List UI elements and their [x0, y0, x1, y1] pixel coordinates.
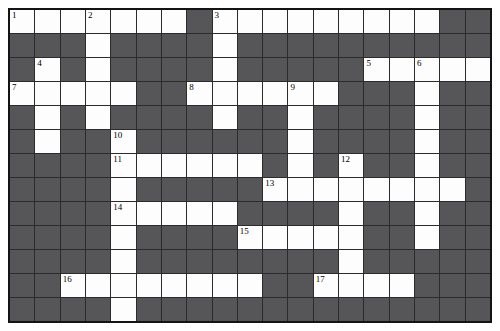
- letter-cell-r7c6[interactable]: [137, 154, 161, 177]
- letter-cell-r1c2[interactable]: [35, 10, 59, 33]
- blocked-cell-r2c1: [10, 34, 34, 57]
- blocked-cell-r5c1: [10, 106, 34, 129]
- blocked-cell-r6c14: [339, 130, 363, 153]
- blocked-cell-r11c19: [466, 250, 490, 273]
- blocked-cell-r7c16: [390, 154, 414, 177]
- letter-cell-r4c12[interactable]: 9: [288, 82, 312, 105]
- letter-cell-r3c16[interactable]: [390, 58, 414, 81]
- letter-cell-r8c16[interactable]: [390, 178, 414, 201]
- blocked-cell-r3c10: [238, 58, 262, 81]
- blocked-cell-r9c10: [238, 202, 262, 225]
- clue-number-7: 7: [12, 82, 17, 93]
- blocked-cell-r11c8: [187, 250, 211, 273]
- blocked-cell-r7c2: [35, 154, 59, 177]
- letter-cell-r9c14[interactable]: [339, 202, 363, 225]
- blocked-cell-r13c7: [162, 298, 186, 321]
- letter-cell-r1c13[interactable]: [314, 10, 338, 33]
- blocked-cell-r13c3: [61, 298, 85, 321]
- blocked-cell-r13c1: [10, 298, 34, 321]
- blocked-cell-r3c1: [10, 58, 34, 81]
- letter-cell-r3c4[interactable]: [86, 58, 110, 81]
- blocked-cell-r2c19: [466, 34, 490, 57]
- blocked-cell-r8c2: [35, 178, 59, 201]
- blocked-cell-r5c18: [440, 106, 464, 129]
- blocked-cell-r11c9: [213, 250, 237, 273]
- blocked-cell-r12c12: [288, 274, 312, 297]
- letter-cell-r4c2[interactable]: [35, 82, 59, 105]
- blocked-cell-r4c16: [390, 82, 414, 105]
- blocked-cell-r10c1: [10, 226, 34, 249]
- blocked-cell-r7c15: [364, 154, 388, 177]
- blocked-cell-r6c6: [137, 130, 161, 153]
- letter-cell-r3c18[interactable]: [440, 58, 464, 81]
- blocked-cell-r4c18: [440, 82, 464, 105]
- letter-cell-r9c9[interactable]: [213, 202, 237, 225]
- blocked-cell-r10c8: [187, 226, 211, 249]
- letter-cell-r9c6[interactable]: [137, 202, 161, 225]
- blocked-cell-r5c8: [187, 106, 211, 129]
- blocked-cell-r2c7: [162, 34, 186, 57]
- blocked-cell-r7c4: [86, 154, 110, 177]
- blocked-cell-r4c15: [364, 82, 388, 105]
- blocked-cell-r6c11: [263, 130, 287, 153]
- letter-cell-r9c5[interactable]: 14: [111, 202, 135, 225]
- blocked-cell-r4c19: [466, 82, 490, 105]
- blocked-cell-r10c7: [162, 226, 186, 249]
- blocked-cell-r11c15: [364, 250, 388, 273]
- blocked-cell-r9c2: [35, 202, 59, 225]
- letter-cell-r5c2[interactable]: [35, 106, 59, 129]
- letter-cell-r12c4[interactable]: [86, 274, 110, 297]
- blocked-cell-r1c18: [440, 10, 464, 33]
- blocked-cell-r8c10: [238, 178, 262, 201]
- letter-cell-r12c16[interactable]: [390, 274, 414, 297]
- clue-number-13: 13: [265, 178, 274, 189]
- letter-cell-r5c17[interactable]: [415, 106, 439, 129]
- blocked-cell-r13c2: [35, 298, 59, 321]
- letter-cell-r1c14[interactable]: [339, 10, 363, 33]
- blocked-cell-r11c11: [263, 250, 287, 273]
- letter-cell-r4c4[interactable]: [86, 82, 110, 105]
- blocked-cell-r4c7: [162, 82, 186, 105]
- letter-cell-r1c1[interactable]: 1: [10, 10, 34, 33]
- blocked-cell-r5c6: [137, 106, 161, 129]
- letter-cell-r1c12[interactable]: [288, 10, 312, 33]
- letter-cell-r7c7[interactable]: [162, 154, 186, 177]
- letter-cell-r7c17[interactable]: [415, 154, 439, 177]
- blocked-cell-r5c11: [263, 106, 287, 129]
- blocked-cell-r2c15: [364, 34, 388, 57]
- blocked-cell-r9c1: [10, 202, 34, 225]
- blocked-cell-r5c15: [364, 106, 388, 129]
- letter-cell-r3c2[interactable]: 4: [35, 58, 59, 81]
- letter-cell-r4c9[interactable]: [213, 82, 237, 105]
- letter-cell-r7c14[interactable]: 12: [339, 154, 363, 177]
- blocked-cell-r2c3: [61, 34, 85, 57]
- blocked-cell-r11c13: [314, 250, 338, 273]
- blocked-cell-r6c8: [187, 130, 211, 153]
- blocked-cell-r8c8: [187, 178, 211, 201]
- blocked-cell-r12c2: [35, 274, 59, 297]
- blocked-cell-r6c7: [162, 130, 186, 153]
- letter-cell-r3c17[interactable]: 6: [415, 58, 439, 81]
- letter-cell-r12c3[interactable]: 16: [61, 274, 85, 297]
- clue-number-8: 8: [189, 82, 194, 93]
- blocked-cell-r8c1: [10, 178, 34, 201]
- letter-cell-r10c13[interactable]: [314, 226, 338, 249]
- blocked-cell-r13c6: [137, 298, 161, 321]
- blocked-cell-r3c14: [339, 58, 363, 81]
- blocked-cell-r10c2: [35, 226, 59, 249]
- letter-cell-r12c14[interactable]: [339, 274, 363, 297]
- blocked-cell-r11c12: [288, 250, 312, 273]
- blocked-cell-r2c12: [288, 34, 312, 57]
- blocked-cell-r9c4: [86, 202, 110, 225]
- letter-cell-r11c14[interactable]: [339, 250, 363, 273]
- blocked-cell-r3c12: [288, 58, 312, 81]
- blocked-cell-r5c14: [339, 106, 363, 129]
- blocked-cell-r11c10: [238, 250, 262, 273]
- blocked-cell-r13c15: [364, 298, 388, 321]
- blocked-cell-r10c9: [213, 226, 237, 249]
- letter-cell-r7c5[interactable]: 11: [111, 154, 135, 177]
- letter-cell-r7c9[interactable]: [213, 154, 237, 177]
- blocked-cell-r13c19: [466, 298, 490, 321]
- blocked-cell-r13c8: [187, 298, 211, 321]
- letter-cell-r12c6[interactable]: [137, 274, 161, 297]
- clue-number-4: 4: [37, 58, 42, 69]
- clue-number-9: 9: [290, 82, 295, 93]
- letter-cell-r10c5[interactable]: [111, 226, 135, 249]
- clue-number-15: 15: [240, 226, 249, 237]
- clue-number-16: 16: [63, 274, 72, 285]
- blocked-cell-r9c13: [314, 202, 338, 225]
- letter-cell-r4c17[interactable]: [415, 82, 439, 105]
- clue-number-11: 11: [113, 154, 122, 165]
- crossword-page: 1234567891011121314151617: [0, 0, 500, 331]
- blocked-cell-r10c16: [390, 226, 414, 249]
- blocked-cell-r11c6: [137, 250, 161, 273]
- blocked-cell-r11c3: [61, 250, 85, 273]
- blocked-cell-r4c14: [339, 82, 363, 105]
- letter-cell-r8c11[interactable]: 13: [263, 178, 287, 201]
- blocked-cell-r6c9: [213, 130, 237, 153]
- blocked-cell-r13c9: [213, 298, 237, 321]
- blocked-cell-r5c5: [111, 106, 135, 129]
- letter-cell-r6c17[interactable]: [415, 130, 439, 153]
- letter-cell-r12c15[interactable]: [364, 274, 388, 297]
- clue-number-12: 12: [341, 154, 350, 165]
- blocked-cell-r5c13: [314, 106, 338, 129]
- letter-cell-r1c15[interactable]: [364, 10, 388, 33]
- letter-cell-r3c9[interactable]: [213, 58, 237, 81]
- letter-cell-r8c17[interactable]: [415, 178, 439, 201]
- blocked-cell-r13c14: [339, 298, 363, 321]
- clue-number-17: 17: [316, 274, 325, 285]
- letter-cell-r10c11[interactable]: [263, 226, 287, 249]
- clue-number-3: 3: [215, 10, 220, 21]
- blocked-cell-r13c16: [390, 298, 414, 321]
- letter-cell-r10c14[interactable]: [339, 226, 363, 249]
- blocked-cell-r3c3: [61, 58, 85, 81]
- blocked-cell-r4c6: [137, 82, 161, 105]
- letter-cell-r8c12[interactable]: [288, 178, 312, 201]
- letter-cell-r4c13[interactable]: [314, 82, 338, 105]
- blocked-cell-r8c3: [61, 178, 85, 201]
- letter-cell-r12c8[interactable]: [187, 274, 211, 297]
- blocked-cell-r2c17: [415, 34, 439, 57]
- blocked-cell-r9c12: [288, 202, 312, 225]
- letter-cell-r3c19[interactable]: [466, 58, 490, 81]
- blocked-cell-r9c19: [466, 202, 490, 225]
- blocked-cell-r10c4: [86, 226, 110, 249]
- blocked-cell-r2c11: [263, 34, 287, 57]
- letter-cell-r11c5[interactable]: [111, 250, 135, 273]
- blocked-cell-r7c19: [466, 154, 490, 177]
- blocked-cell-r5c16: [390, 106, 414, 129]
- blocked-cell-r6c13: [314, 130, 338, 153]
- letter-cell-r10c12[interactable]: [288, 226, 312, 249]
- letter-cell-r4c10[interactable]: [238, 82, 262, 105]
- letter-cell-r8c5[interactable]: [111, 178, 135, 201]
- blocked-cell-r12c18: [440, 274, 464, 297]
- blocked-cell-r6c1: [10, 130, 34, 153]
- letter-cell-r4c1[interactable]: 7: [10, 82, 34, 105]
- letter-cell-r6c5[interactable]: 10: [111, 130, 135, 153]
- letter-cell-r1c4[interactable]: 2: [86, 10, 110, 33]
- letter-cell-r10c10[interactable]: 15: [238, 226, 262, 249]
- blocked-cell-r7c1: [10, 154, 34, 177]
- blocked-cell-r11c16: [390, 250, 414, 273]
- blocked-cell-r6c3: [61, 130, 85, 153]
- clue-number-1: 1: [12, 10, 17, 21]
- letter-cell-r4c5[interactable]: [111, 82, 135, 105]
- letter-cell-r12c10[interactable]: [238, 274, 262, 297]
- blocked-cell-r7c11: [263, 154, 287, 177]
- letter-cell-r9c17[interactable]: [415, 202, 439, 225]
- blocked-cell-r2c13: [314, 34, 338, 57]
- letter-cell-r1c10[interactable]: [238, 10, 262, 33]
- blocked-cell-r13c18: [440, 298, 464, 321]
- letter-cell-r4c8[interactable]: 8: [187, 82, 211, 105]
- blocked-cell-r8c6: [137, 178, 161, 201]
- blocked-cell-r13c10: [238, 298, 262, 321]
- letter-cell-r9c8[interactable]: [187, 202, 211, 225]
- blocked-cell-r9c3: [61, 202, 85, 225]
- blocked-cell-r13c17: [415, 298, 439, 321]
- blocked-cell-r3c11: [263, 58, 287, 81]
- letter-cell-r1c16[interactable]: [390, 10, 414, 33]
- letter-cell-r8c15[interactable]: [364, 178, 388, 201]
- letter-cell-r5c9[interactable]: [213, 106, 237, 129]
- letter-cell-r9c7[interactable]: [162, 202, 186, 225]
- letter-cell-r3c15[interactable]: 5: [364, 58, 388, 81]
- blocked-cell-r13c4: [86, 298, 110, 321]
- letter-cell-r12c7[interactable]: [162, 274, 186, 297]
- blocked-cell-r11c2: [35, 250, 59, 273]
- blocked-cell-r8c9: [213, 178, 237, 201]
- blocked-cell-r2c18: [440, 34, 464, 57]
- blocked-cell-r10c18: [440, 226, 464, 249]
- clue-number-5: 5: [366, 58, 371, 69]
- blocked-cell-r8c4: [86, 178, 110, 201]
- blocked-cell-r9c15: [364, 202, 388, 225]
- blocked-cell-r10c19: [466, 226, 490, 249]
- blocked-cell-r6c16: [390, 130, 414, 153]
- letter-cell-r7c8[interactable]: [187, 154, 211, 177]
- blocked-cell-r13c11: [263, 298, 287, 321]
- letter-cell-r1c3[interactable]: [61, 10, 85, 33]
- blocked-cell-r3c8: [187, 58, 211, 81]
- letter-cell-r2c4[interactable]: [86, 34, 110, 57]
- letter-cell-r1c11[interactable]: [263, 10, 287, 33]
- blocked-cell-r8c19: [466, 178, 490, 201]
- blocked-cell-r7c3: [61, 154, 85, 177]
- blocked-cell-r9c11: [263, 202, 287, 225]
- blocked-cell-r2c14: [339, 34, 363, 57]
- blocked-cell-r6c10: [238, 130, 262, 153]
- blocked-cell-r5c10: [238, 106, 262, 129]
- blocked-cell-r2c2: [35, 34, 59, 57]
- blocked-cell-r8c7: [162, 178, 186, 201]
- blocked-cell-r1c19: [466, 10, 490, 33]
- blocked-cell-r11c7: [162, 250, 186, 273]
- letter-cell-r1c17[interactable]: [415, 10, 439, 33]
- blocked-cell-r11c1: [10, 250, 34, 273]
- blocked-cell-r7c18: [440, 154, 464, 177]
- letter-cell-r12c13[interactable]: 17: [314, 274, 338, 297]
- blocked-cell-r10c3: [61, 226, 85, 249]
- letter-cell-r5c4[interactable]: [86, 106, 110, 129]
- blocked-cell-r6c4: [86, 130, 110, 153]
- letter-cell-r12c9[interactable]: [213, 274, 237, 297]
- crossword-grid: 1234567891011121314151617: [8, 8, 492, 323]
- blocked-cell-r3c13: [314, 58, 338, 81]
- clue-number-2: 2: [88, 10, 93, 21]
- blocked-cell-r6c19: [466, 130, 490, 153]
- letter-cell-r1c9[interactable]: 3: [213, 10, 237, 33]
- blocked-cell-r12c11: [263, 274, 287, 297]
- letter-cell-r4c11[interactable]: [263, 82, 287, 105]
- blocked-cell-r2c6: [137, 34, 161, 57]
- blocked-cell-r6c18: [440, 130, 464, 153]
- letter-cell-r13c5[interactable]: [111, 298, 135, 321]
- blocked-cell-r11c4: [86, 250, 110, 273]
- blocked-cell-r2c5: [111, 34, 135, 57]
- blocked-cell-r6c15: [364, 130, 388, 153]
- letter-cell-r8c18[interactable]: [440, 178, 464, 201]
- letter-cell-r6c2[interactable]: [35, 130, 59, 153]
- blocked-cell-r2c16: [390, 34, 414, 57]
- letter-cell-r2c9[interactable]: [213, 34, 237, 57]
- letter-cell-r12c5[interactable]: [111, 274, 135, 297]
- blocked-cell-r13c13: [314, 298, 338, 321]
- blocked-cell-r9c18: [440, 202, 464, 225]
- letter-cell-r4c3[interactable]: [61, 82, 85, 105]
- blocked-cell-r12c1: [10, 274, 34, 297]
- blocked-cell-r5c7: [162, 106, 186, 129]
- blocked-cell-r3c5: [111, 58, 135, 81]
- blocked-cell-r11c17: [415, 250, 439, 273]
- letter-cell-r8c14[interactable]: [339, 178, 363, 201]
- blocked-cell-r10c6: [137, 226, 161, 249]
- blocked-cell-r10c15: [364, 226, 388, 249]
- blocked-cell-r13c12: [288, 298, 312, 321]
- blocked-cell-r2c8: [187, 34, 211, 57]
- blocked-cell-r7c13: [314, 154, 338, 177]
- letter-cell-r1c6[interactable]: [137, 10, 161, 33]
- letter-cell-r1c7[interactable]: [162, 10, 186, 33]
- blocked-cell-r3c7: [162, 58, 186, 81]
- blocked-cell-r12c19: [466, 274, 490, 297]
- letter-cell-r7c10[interactable]: [238, 154, 262, 177]
- letter-cell-r10c17[interactable]: [415, 226, 439, 249]
- letter-cell-r1c5[interactable]: [111, 10, 135, 33]
- clue-number-10: 10: [113, 130, 122, 141]
- letter-cell-r5c12[interactable]: [288, 106, 312, 129]
- clue-number-6: 6: [417, 58, 422, 69]
- blocked-cell-r5c3: [61, 106, 85, 129]
- blocked-cell-r3c6: [137, 58, 161, 81]
- blocked-cell-r12c17: [415, 274, 439, 297]
- blocked-cell-r9c16: [390, 202, 414, 225]
- blocked-cell-r2c10: [238, 34, 262, 57]
- clue-number-14: 14: [113, 202, 122, 213]
- blocked-cell-r11c18: [440, 250, 464, 273]
- letter-cell-r8c13[interactable]: [314, 178, 338, 201]
- letter-cell-r7c12[interactable]: [288, 154, 312, 177]
- blocked-cell-r1c8: [187, 10, 211, 33]
- letter-cell-r6c12[interactable]: [288, 130, 312, 153]
- blocked-cell-r5c19: [466, 106, 490, 129]
